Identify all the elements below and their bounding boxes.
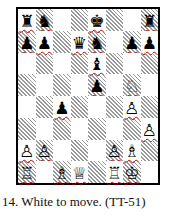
white-rook-a1: ♖ xyxy=(19,165,34,183)
square-d5 xyxy=(71,74,89,96)
square-g3 xyxy=(123,118,141,140)
black-rook-a8: ♜ xyxy=(19,13,34,31)
black-pawn-g7: ♟ xyxy=(124,35,139,53)
black-knight-e7: ♞ xyxy=(89,35,104,53)
square-c8 xyxy=(53,9,71,31)
square-e1 xyxy=(88,161,106,183)
square-d3 xyxy=(71,118,89,140)
square-e5: ♟ xyxy=(88,74,106,96)
square-a2: ♙ xyxy=(18,140,36,162)
white-pawn-a2: ♙ xyxy=(19,143,34,161)
square-b4 xyxy=(36,96,54,118)
square-g8 xyxy=(123,9,141,31)
square-a6 xyxy=(18,53,36,75)
square-d2 xyxy=(71,140,89,162)
black-queen-d7: ♛ xyxy=(72,35,87,53)
white-queen-d1: ♕ xyxy=(72,165,87,183)
black-bishop-e6: ♝ xyxy=(89,56,104,74)
square-g6 xyxy=(123,53,141,75)
white-bishop-g2: ♗ xyxy=(124,143,139,161)
square-b6 xyxy=(36,53,54,75)
black-pawn-h7: ♟ xyxy=(142,35,157,53)
square-f2: ♙ xyxy=(106,140,124,162)
square-h3: ♙ xyxy=(141,118,159,140)
square-a8: ♜ xyxy=(18,9,36,31)
square-b7: ♟ xyxy=(36,31,54,53)
square-c1: ♗ xyxy=(53,161,71,183)
black-rook-h8: ♜ xyxy=(142,13,157,31)
black-pawn-c4: ♟ xyxy=(54,100,69,118)
square-g4: ♙ xyxy=(123,96,141,118)
black-pawn-a7: ♟ xyxy=(19,35,34,53)
diagram-caption: 14. White to move. (TT-51) xyxy=(2,194,146,210)
white-rook-f1: ♖ xyxy=(107,165,122,183)
square-f6 xyxy=(106,53,124,75)
square-g2: ♗ xyxy=(123,140,141,162)
square-d8 xyxy=(71,9,89,31)
square-a1: ♖ xyxy=(18,161,36,183)
square-h6 xyxy=(141,53,159,75)
square-d7: ♛ xyxy=(71,31,89,53)
black-knight-b8: ♞ xyxy=(37,13,52,31)
square-f7 xyxy=(106,31,124,53)
black-king-e8: ♚ xyxy=(89,13,104,31)
square-c4: ♟ xyxy=(53,96,71,118)
square-c3 xyxy=(53,118,71,140)
black-pawn-b7: ♟ xyxy=(37,35,52,53)
white-pawn-b2: ♙ xyxy=(37,143,52,161)
square-c6 xyxy=(53,53,71,75)
white-pawn-f2: ♙ xyxy=(107,143,122,161)
square-b2: ♙ xyxy=(36,140,54,162)
square-h5 xyxy=(141,74,159,96)
chess-board: ♜♞♚♜♟♟♛♞♟♟♝♟♘♟♙♙♙♙♙♗♖♗♕♖♔ xyxy=(16,7,160,185)
square-g1: ♔ xyxy=(123,161,141,183)
square-f4 xyxy=(106,96,124,118)
square-f1: ♖ xyxy=(106,161,124,183)
square-h4 xyxy=(141,96,159,118)
square-a5 xyxy=(18,74,36,96)
square-d1: ♕ xyxy=(71,161,89,183)
square-g5: ♘ xyxy=(123,74,141,96)
square-c7 xyxy=(53,31,71,53)
square-d4 xyxy=(71,96,89,118)
square-a7: ♟ xyxy=(18,31,36,53)
square-c5 xyxy=(53,74,71,96)
square-h8: ♜ xyxy=(141,9,159,31)
square-f3 xyxy=(106,118,124,140)
square-a4 xyxy=(18,96,36,118)
square-f5 xyxy=(106,74,124,96)
square-f8 xyxy=(106,9,124,31)
white-pawn-g4: ♙ xyxy=(124,100,139,118)
square-c2 xyxy=(53,140,71,162)
square-e6: ♝ xyxy=(88,53,106,75)
square-h1 xyxy=(141,161,159,183)
white-king-g1: ♔ xyxy=(124,165,139,183)
square-e4 xyxy=(88,96,106,118)
square-h7: ♟ xyxy=(141,31,159,53)
white-bishop-c1: ♗ xyxy=(54,165,69,183)
black-pawn-e5: ♟ xyxy=(89,78,104,96)
square-e2 xyxy=(88,140,106,162)
square-b1 xyxy=(36,161,54,183)
square-d6 xyxy=(71,53,89,75)
square-b3 xyxy=(36,118,54,140)
square-e7: ♞ xyxy=(88,31,106,53)
square-b8: ♞ xyxy=(36,9,54,31)
square-b5 xyxy=(36,74,54,96)
square-g7: ♟ xyxy=(123,31,141,53)
square-e8: ♚ xyxy=(88,9,106,31)
square-h2 xyxy=(141,140,159,162)
square-a3 xyxy=(18,118,36,140)
white-pawn-h3: ♙ xyxy=(142,122,157,140)
square-e3 xyxy=(88,118,106,140)
white-knight-g5: ♘ xyxy=(124,78,139,96)
